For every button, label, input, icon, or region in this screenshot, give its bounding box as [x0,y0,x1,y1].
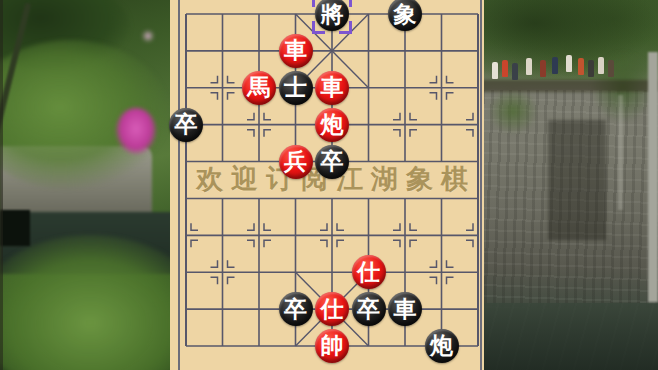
board-point-4-9: 帥 [314,327,351,364]
black-soldier-1[interactable]: 卒 [169,108,203,142]
board-point-3-1: 車 [277,32,314,69]
board-point-4-8: 仕 [314,291,351,328]
black-elephant[interactable]: 象 [388,0,422,31]
person-figure [598,57,604,74]
black-advisor[interactable]: 士 [279,71,313,105]
board-point-0-3: 卒 [168,106,205,143]
background-photo-right [482,0,658,370]
person-figure [566,55,572,72]
black-cannon[interactable]: 炮 [425,329,459,363]
xiangqi-board[interactable]: 欢迎订阅江湖象棋 將象車馬士車卒炮兵卒仕卒仕卒車帥炮 [170,0,484,370]
board-point-5-8: 卒 [350,291,387,328]
panel-edge-shadow [0,0,3,370]
person-figure [578,58,584,75]
pink-flower [116,108,156,154]
board-point-7-9: 炮 [423,327,460,364]
person-figure [502,60,508,77]
black-soldier-3[interactable]: 卒 [279,292,313,326]
background-photo-left [0,0,172,370]
red-cannon[interactable]: 炮 [315,108,349,142]
light-rock-band [648,52,658,302]
person-figure [588,60,594,77]
red-advisor-2[interactable]: 仕 [315,292,349,326]
board-point-6-8: 車 [387,291,424,328]
board-point-3-2: 士 [277,69,314,106]
red-chariot-2[interactable]: 車 [315,71,349,105]
black-soldier-2[interactable]: 卒 [315,145,349,179]
red-general[interactable]: 帥 [315,329,349,363]
board-point-3-4: 兵 [277,143,314,180]
person-figure [540,60,546,77]
board-point-4-4: 卒 [314,143,351,180]
red-chariot-1[interactable]: 車 [279,34,313,68]
black-chariot[interactable]: 車 [388,292,422,326]
board-point-4-2: 車 [314,69,351,106]
person-figure [526,58,532,75]
shadow [0,210,30,246]
pink-flower-small [142,30,154,42]
black-soldier-4[interactable]: 卒 [352,292,386,326]
red-advisor-1[interactable]: 仕 [352,255,386,289]
board-point-2-2: 馬 [241,69,278,106]
red-soldier[interactable]: 兵 [279,145,313,179]
cliff-dark-patch [548,120,606,240]
board-point-3-8: 卒 [277,291,314,328]
board-point-5-7: 仕 [350,254,387,291]
person-figure [608,60,614,77]
cliff-edge-shadow [482,80,658,92]
board-point-6-0: 象 [387,0,424,32]
board-point-4-3: 炮 [314,106,351,143]
person-figure [552,57,558,74]
person-figure [512,63,518,80]
black-general[interactable]: 將 [315,0,349,31]
pieces-layer: 將象車馬士車卒炮兵卒仕卒仕卒車帥炮 [168,0,497,364]
lake-water [482,303,658,370]
red-horse[interactable]: 馬 [242,71,276,105]
xiangqi-app-screen: 欢迎订阅江湖象棋 將象車馬士車卒炮兵卒仕卒仕卒車帥炮 [0,0,658,370]
board-point-4-0: 將 [314,0,351,32]
waterfall-streak [618,95,623,210]
